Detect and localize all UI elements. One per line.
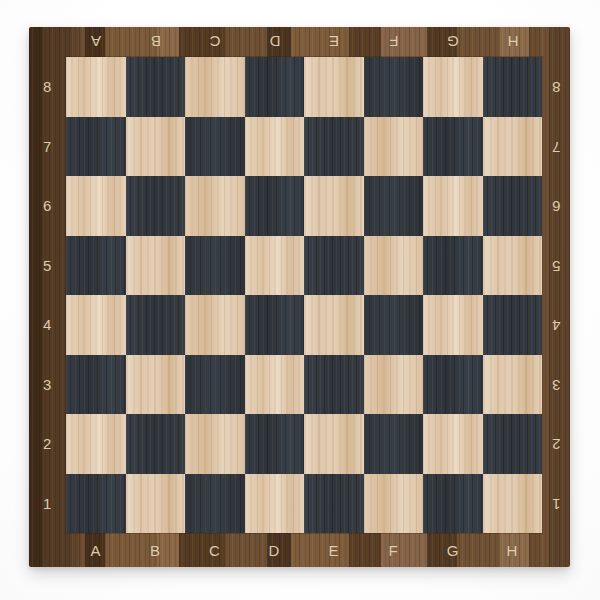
square-a2[interactable] xyxy=(66,414,126,474)
square-c6[interactable] xyxy=(185,176,245,236)
square-f6[interactable] xyxy=(364,176,424,236)
file-label-top-b: B xyxy=(126,27,186,57)
rank-label-right-5: 5 xyxy=(542,236,570,296)
file-label-bottom-f: F xyxy=(364,533,424,567)
square-f2[interactable] xyxy=(364,414,424,474)
file-label-bottom-d: D xyxy=(245,533,305,567)
square-h4[interactable] xyxy=(483,295,543,355)
square-a4[interactable] xyxy=(66,295,126,355)
square-d4[interactable] xyxy=(245,295,305,355)
square-d5[interactable] xyxy=(245,236,305,296)
square-d6[interactable] xyxy=(245,176,305,236)
square-g4[interactable] xyxy=(423,295,483,355)
file-label-bottom-c: C xyxy=(185,533,245,567)
square-e7[interactable] xyxy=(304,117,364,177)
square-c5[interactable] xyxy=(185,236,245,296)
file-label-top-e: E xyxy=(304,27,364,57)
file-label-top-d: D xyxy=(245,27,305,57)
square-f3[interactable] xyxy=(364,355,424,415)
square-h3[interactable] xyxy=(483,355,543,415)
file-label-top-c: C xyxy=(185,27,245,57)
square-d8[interactable] xyxy=(245,57,305,117)
square-d2[interactable] xyxy=(245,414,305,474)
file-label-bottom-a: A xyxy=(66,533,126,567)
square-g6[interactable] xyxy=(423,176,483,236)
square-g5[interactable] xyxy=(423,236,483,296)
square-g7[interactable] xyxy=(423,117,483,177)
rank-label-left-5: 5 xyxy=(29,236,66,296)
file-label-top-a: A xyxy=(66,27,126,57)
file-label-top-f: F xyxy=(364,27,424,57)
square-e8[interactable] xyxy=(304,57,364,117)
square-a8[interactable] xyxy=(66,57,126,117)
file-label-bottom-e: E xyxy=(304,533,364,567)
play-area xyxy=(66,57,542,533)
square-f8[interactable] xyxy=(364,57,424,117)
square-e4[interactable] xyxy=(304,295,364,355)
square-h1[interactable] xyxy=(483,474,543,534)
square-b6[interactable] xyxy=(126,176,186,236)
square-c7[interactable] xyxy=(185,117,245,177)
square-d1[interactable] xyxy=(245,474,305,534)
square-e2[interactable] xyxy=(304,414,364,474)
square-c2[interactable] xyxy=(185,414,245,474)
square-d3[interactable] xyxy=(245,355,305,415)
rank-label-right-6: 6 xyxy=(542,176,570,236)
square-f5[interactable] xyxy=(364,236,424,296)
square-e5[interactable] xyxy=(304,236,364,296)
rank-label-right-3: 3 xyxy=(542,355,570,415)
file-label-bottom-g: G xyxy=(423,533,483,567)
square-c1[interactable] xyxy=(185,474,245,534)
square-a5[interactable] xyxy=(66,236,126,296)
square-h6[interactable] xyxy=(483,176,543,236)
rank-label-right-4: 4 xyxy=(542,295,570,355)
square-c3[interactable] xyxy=(185,355,245,415)
square-b7[interactable] xyxy=(126,117,186,177)
square-b3[interactable] xyxy=(126,355,186,415)
rank-label-left-6: 6 xyxy=(29,176,66,236)
rank-label-left-4: 4 xyxy=(29,295,66,355)
square-c8[interactable] xyxy=(185,57,245,117)
square-a1[interactable] xyxy=(66,474,126,534)
rank-label-left-7: 7 xyxy=(29,117,66,177)
square-a3[interactable] xyxy=(66,355,126,415)
square-a7[interactable] xyxy=(66,117,126,177)
photo-background: AA88BB77CC66DD55EE44FF33GG22HH11 xyxy=(0,0,600,600)
square-h5[interactable] xyxy=(483,236,543,296)
rank-label-left-8: 8 xyxy=(29,57,66,117)
file-label-bottom-h: H xyxy=(483,533,543,567)
square-b2[interactable] xyxy=(126,414,186,474)
file-label-bottom-b: B xyxy=(126,533,186,567)
square-g8[interactable] xyxy=(423,57,483,117)
square-f4[interactable] xyxy=(364,295,424,355)
rank-label-right-1: 1 xyxy=(542,474,570,534)
square-e6[interactable] xyxy=(304,176,364,236)
rank-label-left-1: 1 xyxy=(29,474,66,534)
square-h2[interactable] xyxy=(483,414,543,474)
square-g3[interactable] xyxy=(423,355,483,415)
rank-label-right-7: 7 xyxy=(542,117,570,177)
square-a6[interactable] xyxy=(66,176,126,236)
square-g2[interactable] xyxy=(423,414,483,474)
square-e3[interactable] xyxy=(304,355,364,415)
file-label-top-g: G xyxy=(423,27,483,57)
square-h8[interactable] xyxy=(483,57,543,117)
chess-board: AA88BB77CC66DD55EE44FF33GG22HH11 xyxy=(29,27,570,567)
square-b4[interactable] xyxy=(126,295,186,355)
square-b1[interactable] xyxy=(126,474,186,534)
square-f1[interactable] xyxy=(364,474,424,534)
square-e1[interactable] xyxy=(304,474,364,534)
square-b8[interactable] xyxy=(126,57,186,117)
rank-label-right-2: 2 xyxy=(542,414,570,474)
square-h7[interactable] xyxy=(483,117,543,177)
square-c4[interactable] xyxy=(185,295,245,355)
rank-label-right-8: 8 xyxy=(542,57,570,117)
square-d7[interactable] xyxy=(245,117,305,177)
square-f7[interactable] xyxy=(364,117,424,177)
file-label-top-h: H xyxy=(483,27,543,57)
square-b5[interactable] xyxy=(126,236,186,296)
rank-label-left-3: 3 xyxy=(29,355,66,415)
square-g1[interactable] xyxy=(423,474,483,534)
rank-label-left-2: 2 xyxy=(29,414,66,474)
